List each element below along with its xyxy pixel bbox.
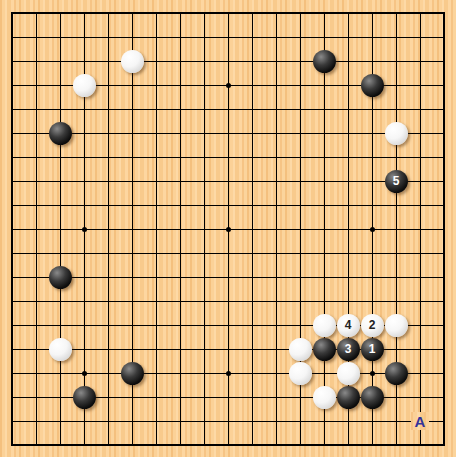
black-stone [313,338,336,361]
white-stone [385,122,408,145]
black-stone [313,50,336,73]
white-stone [49,338,72,361]
move-number-label: 1 [369,343,376,355]
black-stone [361,386,384,409]
black-stone [361,74,384,97]
white-stone [313,386,336,409]
white-stone: 4 [337,314,360,337]
white-stone [337,362,360,385]
black-stone [121,362,144,385]
move-number-label: 2 [369,319,376,331]
annotation-a: A [411,412,429,430]
black-stone [385,362,408,385]
white-stone [73,74,96,97]
black-stone [49,122,72,145]
move-number-label: 5 [393,175,400,187]
white-stone [289,362,312,385]
black-stone: 1 [361,338,384,361]
move-number-label: 4 [345,319,352,331]
annotation-letter: A [415,413,426,430]
go-board: 53142 A [0,0,456,457]
white-stone [121,50,144,73]
white-stone [385,314,408,337]
black-stone [49,266,72,289]
white-stone [289,338,312,361]
black-stone: 3 [337,338,360,361]
white-stone [313,314,336,337]
black-stone [73,386,96,409]
black-stone: 5 [385,170,408,193]
black-stone [337,386,360,409]
white-stone: 2 [361,314,384,337]
annotations-layer: A [0,1,456,457]
move-number-label: 3 [345,343,352,355]
